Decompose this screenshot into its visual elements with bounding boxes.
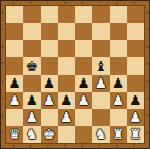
- rank-label-left-1: 1: [1, 131, 4, 135]
- file-label-bottom-b: b: [29, 144, 32, 148]
- file-label-bottom-e: e: [81, 144, 83, 148]
- rank-label-right-4: 4: [146, 80, 149, 84]
- rank-label-right-8: 8: [146, 11, 149, 15]
- piece-white-pawn[interactable]: ♟: [43, 93, 56, 107]
- rank-label-left-2: 2: [1, 114, 4, 118]
- square-d8[interactable]: [58, 6, 75, 23]
- square-a8[interactable]: [6, 6, 23, 23]
- square-c6[interactable]: [41, 40, 58, 57]
- square-b8[interactable]: [23, 6, 40, 23]
- square-g5[interactable]: [110, 57, 127, 74]
- square-h5[interactable]: [127, 57, 144, 74]
- square-f1[interactable]: ♞: [92, 126, 109, 143]
- square-g3[interactable]: ♟: [110, 92, 127, 109]
- square-b7[interactable]: [23, 23, 40, 40]
- file-label-top-f: f: [98, 1, 99, 5]
- piece-black-pawn[interactable]: ♟: [112, 76, 125, 90]
- rank-label-left-6: 6: [1, 45, 4, 49]
- square-d6[interactable]: [58, 40, 75, 57]
- piece-white-pawn[interactable]: ♟: [112, 93, 125, 107]
- file-label-bottom-h: h: [133, 144, 136, 148]
- square-e6[interactable]: [75, 40, 92, 57]
- rank-label-right-6: 6: [146, 45, 149, 49]
- square-e4[interactable]: ♟: [75, 75, 92, 92]
- square-b1[interactable]: ♞: [23, 126, 40, 143]
- square-d2[interactable]: ♟: [58, 109, 75, 126]
- square-c7[interactable]: [41, 23, 58, 40]
- square-f7[interactable]: [92, 23, 109, 40]
- square-b5[interactable]: ♚: [23, 57, 40, 74]
- square-c8[interactable]: [41, 6, 58, 23]
- piece-black-pawn[interactable]: ♟: [60, 93, 73, 107]
- piece-white-rook[interactable]: ♜: [112, 127, 125, 141]
- piece-white-pawn[interactable]: ♟: [129, 110, 142, 124]
- square-h2[interactable]: ♟: [127, 109, 144, 126]
- square-e1[interactable]: [75, 126, 92, 143]
- piece-white-rook[interactable]: ♜: [129, 127, 142, 141]
- square-c4[interactable]: ♟: [41, 75, 58, 92]
- file-label-top-h: h: [133, 1, 136, 5]
- rank-label-right-5: 5: [146, 62, 149, 66]
- chess-board: ♚♝♟♟♟♟♟♟♟♟♟♟♟♟♟♟♟♛♞♚♞♜♜: [5, 5, 145, 144]
- file-label-top-e: e: [81, 1, 83, 5]
- piece-white-pawn[interactable]: ♟: [60, 110, 73, 124]
- square-d4[interactable]: [58, 75, 75, 92]
- file-label-top-a: a: [12, 1, 14, 5]
- square-g8[interactable]: [110, 6, 127, 23]
- square-e7[interactable]: [75, 23, 92, 40]
- piece-black-pawn[interactable]: ♟: [26, 93, 39, 107]
- file-label-top-g: g: [116, 1, 119, 5]
- rank-label-right-2: 2: [146, 114, 149, 118]
- square-a4[interactable]: ♟: [6, 75, 23, 92]
- square-h3[interactable]: ♟: [127, 92, 144, 109]
- square-b3[interactable]: ♟: [23, 92, 40, 109]
- square-g7[interactable]: [110, 23, 127, 40]
- square-e2[interactable]: [75, 109, 92, 126]
- file-label-bottom-d: d: [64, 144, 67, 148]
- square-h4[interactable]: [127, 75, 144, 92]
- square-h7[interactable]: [127, 23, 144, 40]
- file-label-top-c: c: [47, 1, 49, 5]
- square-c1[interactable]: ♚: [41, 126, 58, 143]
- square-h8[interactable]: [127, 6, 144, 23]
- square-f3[interactable]: [92, 92, 109, 109]
- piece-black-pawn[interactable]: ♟: [77, 76, 90, 90]
- square-d5[interactable]: [58, 57, 75, 74]
- square-a2[interactable]: [6, 109, 23, 126]
- square-f5[interactable]: ♝: [92, 57, 109, 74]
- piece-black-king[interactable]: ♚: [26, 59, 39, 73]
- piece-white-knight[interactable]: ♞: [95, 127, 108, 141]
- piece-white-pawn[interactable]: ♟: [26, 110, 39, 124]
- square-a7[interactable]: [6, 23, 23, 40]
- square-e8[interactable]: [75, 6, 92, 23]
- piece-white-pawn[interactable]: ♟: [95, 76, 108, 90]
- piece-white-queen[interactable]: ♛: [8, 127, 21, 141]
- square-b6[interactable]: [23, 40, 40, 57]
- square-g4[interactable]: ♟: [110, 75, 127, 92]
- square-a3[interactable]: ♟: [6, 92, 23, 109]
- piece-black-pawn[interactable]: ♟: [129, 93, 142, 107]
- square-d3[interactable]: ♟: [58, 92, 75, 109]
- square-c2[interactable]: [41, 109, 58, 126]
- file-label-bottom-f: f: [98, 144, 99, 148]
- piece-black-bishop[interactable]: ♝: [95, 59, 108, 73]
- square-e5[interactable]: [75, 57, 92, 74]
- rank-label-right-1: 1: [146, 131, 149, 135]
- file-label-bottom-a: a: [12, 144, 14, 148]
- file-label-bottom-g: g: [116, 144, 119, 148]
- square-a6[interactable]: [6, 40, 23, 57]
- square-b4[interactable]: [23, 75, 40, 92]
- square-c3[interactable]: ♟: [41, 92, 58, 109]
- square-h1[interactable]: ♜: [127, 126, 144, 143]
- square-c5[interactable]: [41, 57, 58, 74]
- rank-label-left-8: 8: [1, 11, 4, 15]
- piece-black-pawn[interactable]: ♟: [8, 76, 21, 90]
- piece-white-pawn[interactable]: ♟: [77, 93, 90, 107]
- piece-white-pawn[interactable]: ♟: [8, 93, 21, 107]
- square-f8[interactable]: [92, 6, 109, 23]
- square-e3[interactable]: ♟: [75, 92, 92, 109]
- square-f4[interactable]: ♟: [92, 75, 109, 92]
- file-label-top-b: b: [29, 1, 32, 5]
- file-label-top-d: d: [64, 1, 67, 5]
- square-g2[interactable]: [110, 109, 127, 126]
- square-b2[interactable]: ♟: [23, 109, 40, 126]
- square-g1[interactable]: ♜: [110, 126, 127, 143]
- square-a1[interactable]: ♛: [6, 126, 23, 143]
- rank-label-left-5: 5: [1, 62, 4, 66]
- square-d7[interactable]: [58, 23, 75, 40]
- piece-white-knight[interactable]: ♞: [26, 127, 39, 141]
- chess-app-window: ♚♝♟♟♟♟♟♟♟♟♟♟♟♟♟♟♟♛♞♚♞♜♜ aabbccddeeffgghh…: [0, 0, 150, 149]
- piece-black-pawn[interactable]: ♟: [43, 76, 56, 90]
- square-g6[interactable]: [110, 40, 127, 57]
- piece-white-king[interactable]: ♚: [43, 127, 56, 141]
- square-h6[interactable]: [127, 40, 144, 57]
- rank-label-left-3: 3: [1, 97, 4, 101]
- square-a5[interactable]: [6, 57, 23, 74]
- rank-label-right-7: 7: [146, 28, 149, 32]
- rank-label-right-3: 3: [146, 97, 149, 101]
- square-f2[interactable]: [92, 109, 109, 126]
- square-d1[interactable]: [58, 126, 75, 143]
- file-label-bottom-c: c: [47, 144, 49, 148]
- rank-label-left-7: 7: [1, 28, 4, 32]
- rank-label-left-4: 4: [1, 80, 4, 84]
- square-f6[interactable]: [92, 40, 109, 57]
